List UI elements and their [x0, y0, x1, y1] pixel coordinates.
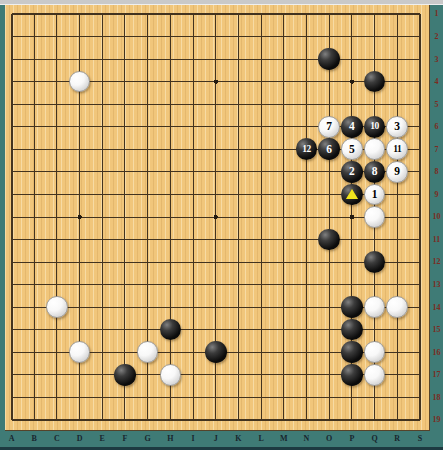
stone-Q12[interactable] [364, 251, 386, 273]
row-label-13: 13 [433, 280, 441, 289]
stone-P6[interactable]: 4 [341, 116, 363, 138]
row-label-11: 11 [433, 235, 441, 244]
col-label-R: R [386, 434, 409, 443]
stone-D16[interactable] [69, 341, 91, 363]
col-label-E: E [91, 434, 114, 443]
stone-Q16[interactable] [364, 341, 386, 363]
stone-D4[interactable] [69, 71, 91, 93]
col-label-C: C [46, 434, 69, 443]
stone-R7[interactable]: 11 [386, 138, 408, 160]
col-label-J: J [204, 434, 227, 443]
stone-R8[interactable]: 9 [386, 161, 408, 183]
stone-P7[interactable]: 5 [341, 138, 363, 160]
row-labels: 12345678910111213141516171819 [430, 3, 443, 432]
stone-N7[interactable]: 12 [296, 138, 318, 160]
col-label-O: O [318, 434, 341, 443]
col-label-B: B [23, 434, 46, 443]
stone-H17[interactable] [160, 364, 182, 386]
stone-F17[interactable] [114, 364, 136, 386]
row-label-10: 10 [433, 212, 441, 221]
col-label-Q: Q [363, 434, 386, 443]
stone-P15[interactable] [341, 319, 363, 341]
stone-P16[interactable] [341, 341, 363, 363]
row-label-16: 16 [433, 348, 441, 357]
stone-O7[interactable]: 6 [318, 138, 340, 160]
col-label-F: F [114, 434, 137, 443]
row-label-2: 2 [435, 32, 439, 41]
row-label-6: 6 [435, 122, 439, 131]
row-label-1: 1 [435, 9, 439, 18]
stone-Q4[interactable] [364, 71, 386, 93]
stone-Q6[interactable]: 10 [364, 116, 386, 138]
row-label-5: 5 [435, 100, 439, 109]
col-label-K: K [227, 434, 250, 443]
col-label-P: P [341, 434, 364, 443]
row-label-9: 9 [435, 190, 439, 199]
stone-O11[interactable] [318, 229, 340, 251]
col-label-M: M [272, 434, 295, 443]
stone-O6[interactable]: 7 [318, 116, 340, 138]
stone-J16[interactable] [205, 341, 227, 363]
row-label-7: 7 [435, 145, 439, 154]
row-label-8: 8 [435, 167, 439, 176]
column-labels: ABCDEFGHIJKLMNOPQRS [0, 431, 431, 446]
stone-P8[interactable]: 2 [341, 161, 363, 183]
col-label-N: N [295, 434, 318, 443]
row-label-15: 15 [433, 325, 441, 334]
col-label-S: S [409, 434, 432, 443]
col-label-G: G [136, 434, 159, 443]
stone-C14[interactable] [46, 296, 68, 318]
row-label-12: 12 [433, 257, 441, 266]
stone-P17[interactable] [341, 364, 363, 386]
stone-Q9[interactable]: 1 [364, 184, 386, 206]
stone-P14[interactable] [341, 296, 363, 318]
row-label-4: 4 [435, 77, 439, 86]
col-label-I: I [182, 434, 205, 443]
col-label-L: L [250, 434, 273, 443]
row-label-3: 3 [435, 55, 439, 64]
stone-Q14[interactable] [364, 296, 386, 318]
col-label-H: H [159, 434, 182, 443]
stones-layer: 741031265112891 [0, 3, 431, 432]
go-board[interactable]: 741031265112891 [5, 5, 430, 431]
row-label-17: 17 [433, 370, 441, 379]
stone-P9-triangle-marked[interactable] [341, 184, 363, 206]
triangle-marker-icon [346, 189, 358, 199]
row-label-14: 14 [433, 303, 441, 312]
row-label-18: 18 [433, 393, 441, 402]
stone-R14[interactable] [386, 296, 408, 318]
stone-Q7[interactable] [364, 138, 386, 160]
stone-O3[interactable] [318, 48, 340, 70]
col-label-D: D [68, 434, 91, 443]
stone-H15[interactable] [160, 319, 182, 341]
stone-Q10[interactable] [364, 206, 386, 228]
go-board-window: 741031265112891 ABCDEFGHIJKLMNOPQRS 1234… [0, 0, 443, 450]
col-label-A: A [0, 434, 23, 443]
stone-Q8[interactable]: 8 [364, 161, 386, 183]
stone-Q17[interactable] [364, 364, 386, 386]
row-label-19: 19 [433, 415, 441, 424]
stone-G16[interactable] [137, 341, 159, 363]
stone-R6[interactable]: 3 [386, 116, 408, 138]
